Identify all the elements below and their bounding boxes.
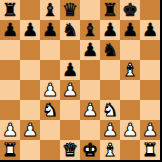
square-a3[interactable] [0,100,20,120]
piece-white-pawn-a2[interactable]: ♟ [2,120,18,140]
piece-black-king-g8[interactable]: ♚ [122,0,138,20]
square-h6[interactable] [140,40,160,60]
piece-black-pawn-c7[interactable]: ♟ [42,20,58,40]
square-d7[interactable]: ♞ [60,20,80,40]
piece-white-knight-f3[interactable]: ♞ [102,100,118,120]
piece-black-pawn-f7[interactable]: ♟ [102,20,118,40]
square-d3[interactable] [60,100,80,120]
square-e8[interactable] [80,0,100,20]
square-e7[interactable]: ♝ [80,20,100,40]
square-b3[interactable] [20,100,40,120]
piece-black-knight-f6[interactable]: ♞ [102,40,118,60]
piece-white-pawn-c4[interactable]: ♟ [42,80,58,100]
square-e6[interactable]: ♟ [80,40,100,60]
square-d2[interactable] [60,120,80,140]
square-h3[interactable] [140,100,160,120]
piece-white-pawn-d4[interactable]: ♟ [62,80,78,100]
square-e1[interactable]: ♚ [80,140,100,160]
square-d1[interactable]: ♛ [60,140,80,160]
square-h8[interactable] [140,0,160,20]
square-f3[interactable]: ♞ [100,100,120,120]
square-c8[interactable]: ♝ [40,0,60,20]
piece-white-pawn-g2[interactable]: ♟ [122,120,138,140]
square-c7[interactable]: ♟ [40,20,60,40]
square-c4[interactable]: ♟ [40,80,60,100]
piece-white-queen-d1[interactable]: ♛ [62,140,78,160]
piece-black-bishop-c8[interactable]: ♝ [42,0,58,20]
square-e3[interactable]: ♟ [80,100,100,120]
square-g1[interactable] [120,140,140,160]
square-b7[interactable]: ♟ [20,20,40,40]
square-g2[interactable]: ♟ [120,120,140,140]
square-b4[interactable] [20,80,40,100]
piece-white-bishop-f1[interactable]: ♝ [102,140,118,160]
square-g3[interactable] [120,100,140,120]
square-a8[interactable]: ♜ [0,0,20,20]
piece-white-pawn-e3[interactable]: ♟ [82,100,98,120]
square-f1[interactable]: ♝ [100,140,120,160]
square-e5[interactable] [80,60,100,80]
piece-black-bishop-e7[interactable]: ♝ [82,20,98,40]
square-f4[interactable] [100,80,120,100]
piece-white-knight-c3[interactable]: ♞ [42,100,58,120]
square-c2[interactable] [40,120,60,140]
square-a5[interactable] [0,60,20,80]
square-a1[interactable]: ♜ [0,140,20,160]
square-a6[interactable] [0,40,20,60]
piece-black-rook-f8[interactable]: ♜ [102,0,118,20]
piece-white-bishop-g5[interactable]: ♝ [122,60,138,80]
square-e4[interactable] [80,80,100,100]
square-h4[interactable] [140,80,160,100]
square-d5[interactable]: ♟ [60,60,80,80]
square-d4[interactable]: ♟ [60,80,80,100]
square-h5[interactable] [140,60,160,80]
square-a2[interactable]: ♟ [0,120,20,140]
piece-black-pawn-h7[interactable]: ♟ [142,20,158,40]
square-h7[interactable]: ♟ [140,20,160,40]
square-a7[interactable]: ♟ [0,20,20,40]
square-b6[interactable] [20,40,40,60]
square-c6[interactable] [40,40,60,60]
square-h2[interactable]: ♟ [140,120,160,140]
square-g6[interactable] [120,40,140,60]
piece-black-queen-d8[interactable]: ♛ [62,0,78,20]
piece-black-pawn-g7[interactable]: ♟ [122,20,138,40]
square-g5[interactable]: ♝ [120,60,140,80]
chess-board: ♜♝♛♜♚♟♟♟♞♝♟♟♟♟♞♟♝♟♟♞♟♞♟♟♟♟♟♜♛♚♝♜ [0,0,162,162]
square-c1[interactable] [40,140,60,160]
piece-white-king-e1[interactable]: ♚ [82,140,98,160]
square-h1[interactable]: ♜ [140,140,160,160]
square-f6[interactable]: ♞ [100,40,120,60]
piece-white-pawn-h2[interactable]: ♟ [142,120,158,140]
square-b1[interactable] [20,140,40,160]
square-c3[interactable]: ♞ [40,100,60,120]
square-b8[interactable] [20,0,40,20]
piece-black-pawn-d5[interactable]: ♟ [62,60,78,80]
square-b5[interactable] [20,60,40,80]
square-f8[interactable]: ♜ [100,0,120,20]
square-e2[interactable] [80,120,100,140]
square-f5[interactable] [100,60,120,80]
piece-black-rook-a8[interactable]: ♜ [2,0,18,20]
piece-white-rook-h1[interactable]: ♜ [142,140,158,160]
square-d6[interactable] [60,40,80,60]
square-c5[interactable] [40,60,60,80]
square-g4[interactable] [120,80,140,100]
square-d8[interactable]: ♛ [60,0,80,20]
piece-black-pawn-b7[interactable]: ♟ [22,20,38,40]
square-f7[interactable]: ♟ [100,20,120,40]
square-f2[interactable]: ♟ [100,120,120,140]
square-b2[interactable]: ♟ [20,120,40,140]
piece-black-pawn-a7[interactable]: ♟ [2,20,18,40]
piece-white-pawn-f2[interactable]: ♟ [102,120,118,140]
piece-white-pawn-b2[interactable]: ♟ [22,120,38,140]
square-a4[interactable] [0,80,20,100]
piece-black-pawn-e6[interactable]: ♟ [82,40,98,60]
square-g8[interactable]: ♚ [120,0,140,20]
piece-white-rook-a1[interactable]: ♜ [2,140,18,160]
piece-black-knight-d7[interactable]: ♞ [62,20,78,40]
square-g7[interactable]: ♟ [120,20,140,40]
